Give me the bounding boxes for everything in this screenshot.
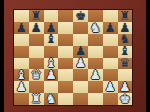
- square-a2[interactable]: ♟: [14, 81, 29, 93]
- square-f3[interactable]: ♟: [88, 69, 103, 81]
- piece-black-bishop[interactable]: ♝: [45, 33, 56, 46]
- piece-white-knight[interactable]: ♞: [90, 22, 101, 35]
- square-f2[interactable]: [88, 81, 103, 93]
- piece-white-pawn[interactable]: ♟: [75, 57, 86, 70]
- square-d6[interactable]: [58, 34, 73, 46]
- square-f7[interactable]: ♞: [88, 22, 103, 34]
- square-e4[interactable]: ♟: [73, 58, 88, 70]
- square-g6[interactable]: [103, 34, 118, 46]
- piece-black-pawn[interactable]: ♟: [31, 22, 42, 35]
- square-g5[interactable]: [103, 46, 118, 58]
- square-f6[interactable]: [88, 34, 103, 46]
- square-b6[interactable]: [29, 34, 44, 46]
- square-g7[interactable]: ♟: [103, 22, 118, 34]
- square-e7[interactable]: [73, 22, 88, 34]
- board-frame: ♜♚♜♟♟♟♞♟♟♝♞♟♝♝♟♛♝♛♟♟♟♟♟♜♞♚: [4, 0, 146, 112]
- piece-white-queen[interactable]: ♛: [31, 69, 42, 82]
- square-c6[interactable]: ♝: [44, 34, 59, 46]
- square-d5[interactable]: [58, 46, 73, 58]
- square-g1[interactable]: [103, 93, 118, 105]
- square-d4[interactable]: [58, 58, 73, 70]
- square-e8[interactable]: ♚: [73, 10, 88, 22]
- piece-black-pawn[interactable]: ♟: [105, 22, 116, 35]
- piece-black-king[interactable]: ♚: [75, 10, 86, 23]
- piece-black-pawn[interactable]: ♟: [16, 22, 27, 35]
- board-border: ♜♚♜♟♟♟♞♟♟♝♞♟♝♝♟♛♝♛♟♟♟♟♟♜♞♚: [13, 9, 133, 106]
- chess-board: ♜♚♜♟♟♟♞♟♟♝♞♟♝♝♟♛♝♛♟♟♟♟♟♜♞♚: [14, 10, 132, 105]
- square-d3[interactable]: [58, 69, 73, 81]
- square-e3[interactable]: [73, 69, 88, 81]
- square-a6[interactable]: [14, 34, 29, 46]
- square-a5[interactable]: [14, 46, 29, 58]
- square-a1[interactable]: [14, 93, 29, 105]
- piece-white-pawn[interactable]: ♟: [16, 81, 27, 94]
- piece-white-knight[interactable]: ♞: [45, 93, 56, 106]
- piece-white-king[interactable]: ♚: [119, 93, 130, 106]
- square-a7[interactable]: ♟: [14, 22, 29, 34]
- square-d7[interactable]: [58, 22, 73, 34]
- piece-white-pawn[interactable]: ♟: [45, 69, 56, 82]
- square-h4[interactable]: ♛: [118, 58, 133, 70]
- square-b7[interactable]: ♟: [29, 22, 44, 34]
- app-background: { "game": "chess", "position": { "fen": …: [0, 0, 150, 112]
- square-b5[interactable]: [29, 46, 44, 58]
- square-b1[interactable]: ♜: [29, 93, 44, 105]
- square-f5[interactable]: [88, 46, 103, 58]
- square-d2[interactable]: [58, 81, 73, 93]
- square-g2[interactable]: ♟: [103, 81, 118, 93]
- square-d8[interactable]: [58, 10, 73, 22]
- square-b3[interactable]: ♛: [29, 69, 44, 81]
- square-c3[interactable]: ♟: [44, 69, 59, 81]
- piece-black-queen[interactable]: ♛: [119, 57, 130, 70]
- square-e1[interactable]: [73, 93, 88, 105]
- square-c1[interactable]: ♞: [44, 93, 59, 105]
- piece-white-pawn[interactable]: ♟: [105, 81, 116, 94]
- piece-white-rook[interactable]: ♜: [31, 93, 42, 106]
- square-d1[interactable]: [58, 93, 73, 105]
- square-e2[interactable]: [73, 81, 88, 93]
- square-f1[interactable]: [88, 93, 103, 105]
- piece-white-pawn[interactable]: ♟: [90, 69, 101, 82]
- square-g4[interactable]: [103, 58, 118, 70]
- square-h1[interactable]: ♚: [118, 93, 133, 105]
